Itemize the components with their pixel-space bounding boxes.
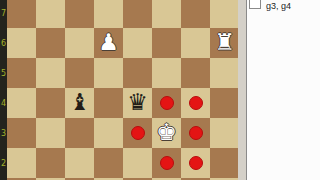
square-h5[interactable] (210, 58, 238, 88)
square-d2[interactable] (94, 148, 123, 178)
square-d7[interactable] (94, 0, 123, 28)
square-e5[interactable] (123, 58, 152, 88)
rank-label-4: 4 (0, 88, 7, 118)
square-g2[interactable] (181, 148, 210, 178)
square-g7[interactable] (181, 0, 210, 28)
square-g1[interactable] (181, 178, 210, 180)
square-d5[interactable] (94, 58, 123, 88)
square-e6[interactable] (123, 28, 152, 58)
white-rook-piece: ♜ (210, 28, 238, 58)
rank-label-2: 2 (0, 148, 7, 178)
square-g3[interactable] (181, 118, 210, 148)
white-king-piece: ♚ (152, 118, 181, 148)
square-b7[interactable] (36, 0, 65, 28)
square-g5[interactable] (181, 58, 210, 88)
square-f6[interactable] (152, 28, 181, 58)
square-a2[interactable] (7, 148, 36, 178)
marked-square-dot-g3 (189, 126, 203, 140)
marked-square-dot-e3 (131, 126, 145, 140)
marked-square-dot-f4 (160, 96, 174, 110)
app-window: ♟♜♝♛♚ 765432 g3, g4 (0, 0, 320, 180)
white-pawn-piece: ♟ (94, 28, 123, 58)
square-d6[interactable]: ♟ (94, 28, 123, 58)
square-h3[interactable] (210, 118, 238, 148)
square-f7[interactable] (152, 0, 181, 28)
marked-square-dot-g2 (189, 156, 203, 170)
square-b4[interactable] (36, 88, 65, 118)
square-f1[interactable] (152, 178, 181, 180)
board-panel-gutter (238, 0, 246, 180)
rank-label-5: 5 (0, 58, 7, 88)
square-c1[interactable] (65, 178, 94, 180)
square-a6[interactable] (7, 28, 36, 58)
square-b2[interactable] (36, 148, 65, 178)
square-b3[interactable] (36, 118, 65, 148)
square-b6[interactable] (36, 28, 65, 58)
square-f4[interactable] (152, 88, 181, 118)
square-a3[interactable] (7, 118, 36, 148)
square-e2[interactable] (123, 148, 152, 178)
square-a4[interactable] (7, 88, 36, 118)
answer-panel: g3, g4 (247, 0, 320, 180)
rank-coordinate-strip: 765432 (0, 0, 7, 180)
square-c7[interactable] (65, 0, 94, 28)
square-e4[interactable]: ♛ (123, 88, 152, 118)
square-d1[interactable] (94, 178, 123, 180)
square-c4[interactable]: ♝ (65, 88, 94, 118)
answer-text: g3, g4 (266, 1, 291, 11)
square-b5[interactable] (36, 58, 65, 88)
square-e3[interactable] (123, 118, 152, 148)
square-e1[interactable] (123, 178, 152, 180)
square-f5[interactable] (152, 58, 181, 88)
marked-square-dot-f2 (160, 156, 174, 170)
square-d4[interactable] (94, 88, 123, 118)
chess-board-area: ♟♜♝♛♚ 765432 (0, 0, 238, 180)
square-g4[interactable] (181, 88, 210, 118)
square-h2[interactable] (210, 148, 238, 178)
square-c6[interactable] (65, 28, 94, 58)
square-b1[interactable] (36, 178, 65, 180)
black-queen-piece: ♛ (123, 88, 152, 118)
square-c5[interactable] (65, 58, 94, 88)
marked-square-dot-g4 (189, 96, 203, 110)
rank-label-7: 7 (0, 0, 7, 28)
square-a5[interactable] (7, 58, 36, 88)
square-h1[interactable] (210, 178, 238, 180)
square-h4[interactable] (210, 88, 238, 118)
rank-label-3: 3 (0, 118, 7, 148)
square-c3[interactable] (65, 118, 94, 148)
square-a1[interactable] (7, 178, 36, 180)
square-h6[interactable]: ♜ (210, 28, 238, 58)
square-e7[interactable] (123, 0, 152, 28)
black-bishop-piece: ♝ (65, 88, 94, 118)
panel-checkbox-icon[interactable] (249, 0, 261, 9)
square-h7[interactable] (210, 0, 238, 28)
square-c2[interactable] (65, 148, 94, 178)
rank-label-6: 6 (0, 28, 7, 58)
square-d3[interactable] (94, 118, 123, 148)
square-f3[interactable]: ♚ (152, 118, 181, 148)
square-f2[interactable] (152, 148, 181, 178)
square-g6[interactable] (181, 28, 210, 58)
chess-board: ♟♜♝♛♚ (7, 0, 238, 180)
square-a7[interactable] (7, 0, 36, 28)
